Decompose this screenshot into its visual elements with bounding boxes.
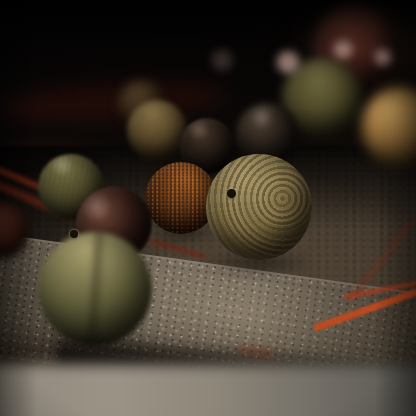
blurred-foreground-stone — [0, 364, 416, 416]
hero-bead-cord-hole — [227, 189, 236, 198]
ebony-bead-cord-hole — [70, 230, 78, 238]
photo-scene-beads-on-stone-board — [0, 0, 416, 416]
